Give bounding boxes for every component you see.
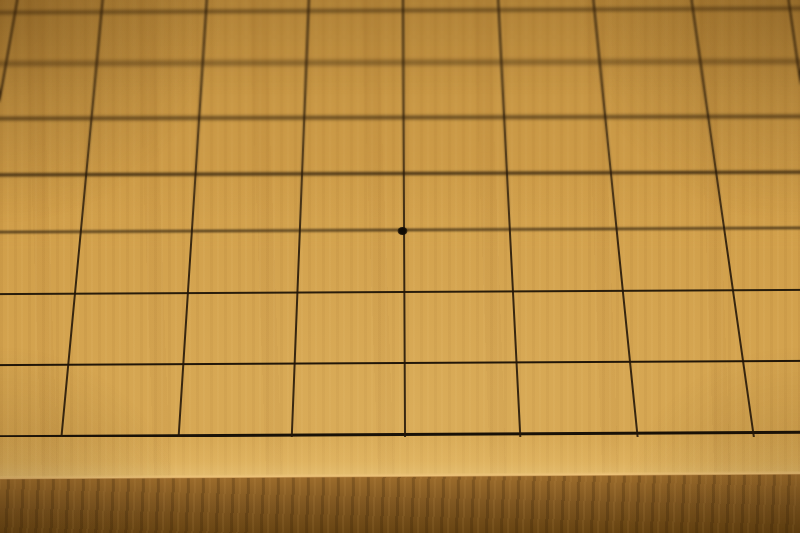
grid-line-vertical [402, 0, 406, 437]
grid-line-vertical [0, 0, 19, 437]
grid-line-horizontal [0, 289, 800, 295]
grid-line-horizontal [0, 431, 800, 437]
goban-grid [0, 0, 800, 437]
hoshi-star-point [397, 227, 408, 235]
goban-photo [0, 0, 800, 533]
grid-line-vertical [291, 0, 310, 437]
grid-line-vertical [787, 0, 800, 437]
grid-line-vertical [690, 0, 755, 437]
grid-line-vertical [592, 0, 639, 437]
grid-line-vertical [497, 0, 522, 437]
grid-line-vertical [177, 0, 208, 437]
grid-line-horizontal [0, 60, 800, 65]
grid-line-horizontal [0, 7, 800, 14]
board-side-face [0, 475, 800, 533]
grid-line-horizontal [0, 360, 800, 366]
grid-line-vertical [60, 0, 104, 437]
grid-line-horizontal [0, 171, 800, 176]
grid-line-horizontal [0, 115, 800, 120]
